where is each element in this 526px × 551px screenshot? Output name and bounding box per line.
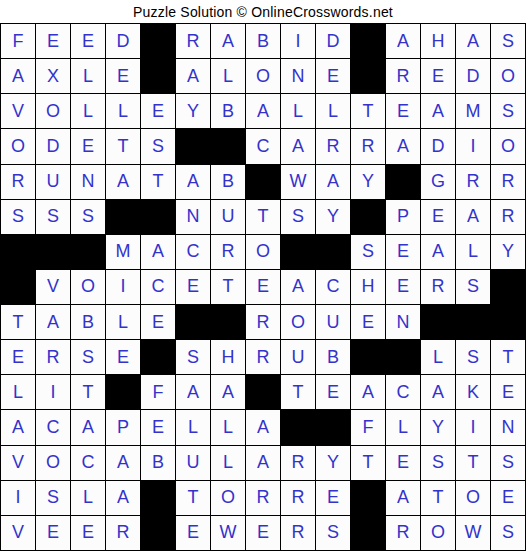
letter-cell: H (421, 24, 455, 58)
block-cell (491, 305, 525, 339)
letter-cell: C (141, 270, 175, 304)
letter-cell: D (106, 24, 140, 58)
letter-cell: T (176, 481, 210, 515)
letter-cell: I (456, 129, 490, 163)
letter-cell: I (456, 410, 490, 444)
letter-cell: A (36, 305, 70, 339)
block-cell (71, 235, 105, 269)
letter-cell: V (1, 94, 35, 128)
letter-cell: T (456, 446, 490, 480)
letter-cell: L (106, 94, 140, 128)
letter-cell: A (386, 129, 420, 163)
letter-cell: O (246, 59, 280, 93)
block-cell (386, 340, 420, 374)
letter-cell: D (456, 59, 490, 93)
letter-cell: R (351, 129, 385, 163)
letter-cell: E (351, 305, 385, 339)
letter-cell: N (491, 410, 525, 444)
letter-cell: R (106, 516, 140, 550)
letter-cell: R (281, 481, 315, 515)
letter-cell: E (36, 24, 70, 58)
block-cell (176, 305, 210, 339)
letter-cell: T (281, 375, 315, 409)
letter-cell: N (386, 305, 420, 339)
letter-cell: A (386, 24, 420, 58)
letter-cell: R (491, 165, 525, 199)
block-cell (351, 340, 385, 374)
letter-cell: A (211, 375, 245, 409)
letter-cell: C (36, 410, 70, 444)
letter-cell: H (211, 340, 245, 374)
letter-cell: E (421, 200, 455, 234)
letter-cell: R (491, 200, 525, 234)
letter-cell: A (456, 24, 490, 58)
letter-cell: S (1, 200, 35, 234)
letter-cell: K (456, 375, 490, 409)
block-cell (421, 305, 455, 339)
letter-cell: R (36, 340, 70, 374)
puzzle-solution-page: Puzzle Solution © OnlineCrosswords.net F… (0, 0, 526, 551)
letter-cell: S (491, 24, 525, 58)
letter-cell: E (71, 129, 105, 163)
letter-cell: A (106, 446, 140, 480)
letter-cell: B (71, 305, 105, 339)
block-cell (386, 165, 420, 199)
letter-cell: E (71, 516, 105, 550)
letter-cell: I (36, 375, 70, 409)
letter-cell: A (281, 129, 315, 163)
block-cell (141, 481, 175, 515)
letter-cell: P (106, 410, 140, 444)
letter-cell: B (316, 340, 350, 374)
letter-cell: A (421, 375, 455, 409)
letter-cell: S (71, 340, 105, 374)
letter-cell: S (421, 446, 455, 480)
letter-cell: A (246, 410, 280, 444)
letter-cell: L (421, 340, 455, 374)
letter-cell: R (316, 129, 350, 163)
block-cell (491, 270, 525, 304)
letter-cell: U (36, 165, 70, 199)
letter-cell: M (106, 235, 140, 269)
letter-cell: A (1, 59, 35, 93)
letter-cell: B (141, 446, 175, 480)
letter-cell: T (246, 200, 280, 234)
letter-cell: V (1, 516, 35, 550)
letter-cell: U (211, 200, 245, 234)
letter-cell: E (176, 270, 210, 304)
letter-cell: L (106, 305, 140, 339)
letter-cell: S (176, 340, 210, 374)
block-cell (246, 375, 280, 409)
letter-cell: E (141, 410, 175, 444)
letter-cell: A (176, 375, 210, 409)
letter-cell: R (1, 165, 35, 199)
block-cell (141, 200, 175, 234)
letter-cell: O (71, 270, 105, 304)
letter-cell: A (316, 165, 350, 199)
letter-cell: S (71, 200, 105, 234)
letter-cell: G (421, 165, 455, 199)
letter-cell: V (36, 270, 70, 304)
letter-cell: M (456, 94, 490, 128)
letter-cell: A (106, 165, 140, 199)
letter-cell: E (36, 516, 70, 550)
block-cell (1, 270, 35, 304)
letter-cell: O (211, 481, 245, 515)
letter-cell: C (316, 270, 350, 304)
letter-cell: T (71, 375, 105, 409)
letter-cell: W (456, 516, 490, 550)
letter-cell: F (351, 410, 385, 444)
letter-cell: B (246, 24, 280, 58)
letter-cell: L (281, 94, 315, 128)
letter-cell: E (316, 375, 350, 409)
letter-cell: A (1, 410, 35, 444)
block-cell (141, 516, 175, 550)
letter-cell: S (491, 94, 525, 128)
letter-cell: O (456, 481, 490, 515)
letter-cell: V (1, 446, 35, 480)
letter-cell: A (246, 446, 280, 480)
letter-cell: O (281, 305, 315, 339)
letter-cell: S (456, 340, 490, 374)
letter-cell: U (316, 305, 350, 339)
letter-cell: E (106, 340, 140, 374)
letter-cell: E (386, 446, 420, 480)
block-cell (456, 305, 490, 339)
letter-cell: L (211, 410, 245, 444)
letter-cell: Y (316, 446, 350, 480)
letter-cell: L (71, 481, 105, 515)
letter-cell: R (386, 59, 420, 93)
block-cell (281, 235, 315, 269)
block-cell (176, 129, 210, 163)
letter-cell: S (351, 235, 385, 269)
letter-cell: U (176, 446, 210, 480)
letter-cell: E (386, 270, 420, 304)
letter-cell: A (421, 235, 455, 269)
letter-cell: E (141, 94, 175, 128)
letter-cell: A (71, 410, 105, 444)
letter-cell: L (211, 446, 245, 480)
letter-cell: E (386, 235, 420, 269)
block-cell (316, 235, 350, 269)
letter-cell: N (176, 200, 210, 234)
letter-cell: E (176, 516, 210, 550)
block-cell (246, 165, 280, 199)
letter-cell: L (71, 94, 105, 128)
letter-cell: A (281, 270, 315, 304)
letter-cell: O (421, 516, 455, 550)
block-cell (351, 200, 385, 234)
letter-cell: C (176, 235, 210, 269)
letter-cell: R (246, 305, 280, 339)
letter-cell: T (141, 165, 175, 199)
letter-cell: R (386, 516, 420, 550)
letter-cell: T (491, 340, 525, 374)
letter-cell: T (351, 446, 385, 480)
letter-cell: A (421, 94, 455, 128)
letter-cell: R (246, 340, 280, 374)
letter-cell: B (211, 165, 245, 199)
letter-cell: R (421, 270, 455, 304)
letter-cell: R (456, 165, 490, 199)
letter-cell: Y (176, 94, 210, 128)
letter-cell: O (36, 94, 70, 128)
letter-cell: S (36, 481, 70, 515)
page-title: Puzzle Solution © OnlineCrosswords.net (0, 0, 526, 23)
crossword-grid: FEEDRABIDAHASAXLEALONEREDOVOLLEYBALLTEAM… (0, 23, 526, 551)
letter-cell: H (351, 270, 385, 304)
block-cell (351, 24, 385, 58)
letter-cell: F (1, 24, 35, 58)
letter-cell: E (246, 516, 280, 550)
letter-cell: E (316, 481, 350, 515)
letter-cell: A (246, 94, 280, 128)
letter-cell: E (1, 340, 35, 374)
letter-cell: L (316, 94, 350, 128)
letter-cell: Y (491, 235, 525, 269)
letter-cell: C (386, 375, 420, 409)
letter-cell: T (351, 94, 385, 128)
letter-cell: P (386, 200, 420, 234)
block-cell (351, 516, 385, 550)
letter-cell: R (246, 481, 280, 515)
block-cell (141, 340, 175, 374)
letter-cell: C (71, 446, 105, 480)
letter-cell: E (491, 375, 525, 409)
letter-cell: F (141, 375, 175, 409)
letter-cell: E (316, 59, 350, 93)
block-cell (211, 129, 245, 163)
letter-cell: A (106, 481, 140, 515)
letter-cell: W (281, 165, 315, 199)
letter-cell: R (211, 235, 245, 269)
block-cell (351, 59, 385, 93)
letter-cell: E (71, 24, 105, 58)
letter-cell: Y (316, 200, 350, 234)
letter-cell: B (211, 94, 245, 128)
letter-cell: Y (421, 410, 455, 444)
letter-cell: N (281, 59, 315, 93)
block-cell (351, 481, 385, 515)
letter-cell: S (281, 200, 315, 234)
letter-cell: T (106, 129, 140, 163)
letter-cell: T (421, 481, 455, 515)
letter-cell: L (456, 235, 490, 269)
letter-cell: S (491, 516, 525, 550)
letter-cell: C (246, 129, 280, 163)
block-cell (106, 375, 140, 409)
letter-cell: X (36, 59, 70, 93)
letter-cell: O (36, 446, 70, 480)
block-cell (211, 305, 245, 339)
letter-cell: L (1, 375, 35, 409)
letter-cell: E (106, 59, 140, 93)
letter-cell: D (316, 24, 350, 58)
block-cell (281, 410, 315, 444)
letter-cell: I (1, 481, 35, 515)
letter-cell: E (421, 59, 455, 93)
letter-cell: L (386, 410, 420, 444)
letter-cell: S (316, 516, 350, 550)
letter-cell: W (211, 516, 245, 550)
letter-cell: A (351, 375, 385, 409)
letter-cell: A (176, 165, 210, 199)
letter-cell: A (176, 59, 210, 93)
letter-cell: U (281, 340, 315, 374)
letter-cell: R (176, 24, 210, 58)
letter-cell: T (211, 270, 245, 304)
block-cell (141, 24, 175, 58)
letter-cell: E (491, 481, 525, 515)
block-cell (1, 235, 35, 269)
letter-cell: L (211, 59, 245, 93)
block-cell (36, 235, 70, 269)
letter-cell: Y (351, 165, 385, 199)
letter-cell: A (211, 24, 245, 58)
letter-cell: L (176, 410, 210, 444)
letter-cell: A (456, 200, 490, 234)
letter-cell: I (281, 24, 315, 58)
letter-cell: A (141, 235, 175, 269)
block-cell (106, 200, 140, 234)
letter-cell: O (491, 59, 525, 93)
letter-cell: O (491, 129, 525, 163)
letter-cell: S (36, 200, 70, 234)
block-cell (316, 410, 350, 444)
letter-cell: D (36, 129, 70, 163)
letter-cell: T (1, 305, 35, 339)
letter-cell: E (141, 305, 175, 339)
letter-cell: R (281, 446, 315, 480)
letter-cell: O (1, 129, 35, 163)
letter-cell: S (491, 446, 525, 480)
letter-cell: S (141, 129, 175, 163)
letter-cell: E (246, 270, 280, 304)
letter-cell: R (281, 516, 315, 550)
block-cell (141, 59, 175, 93)
letter-cell: S (456, 270, 490, 304)
letter-cell: N (71, 165, 105, 199)
letter-cell: E (386, 94, 420, 128)
letter-cell: L (71, 59, 105, 93)
letter-cell: A (386, 481, 420, 515)
letter-cell: I (106, 270, 140, 304)
letter-cell: D (421, 129, 455, 163)
letter-cell: O (246, 235, 280, 269)
